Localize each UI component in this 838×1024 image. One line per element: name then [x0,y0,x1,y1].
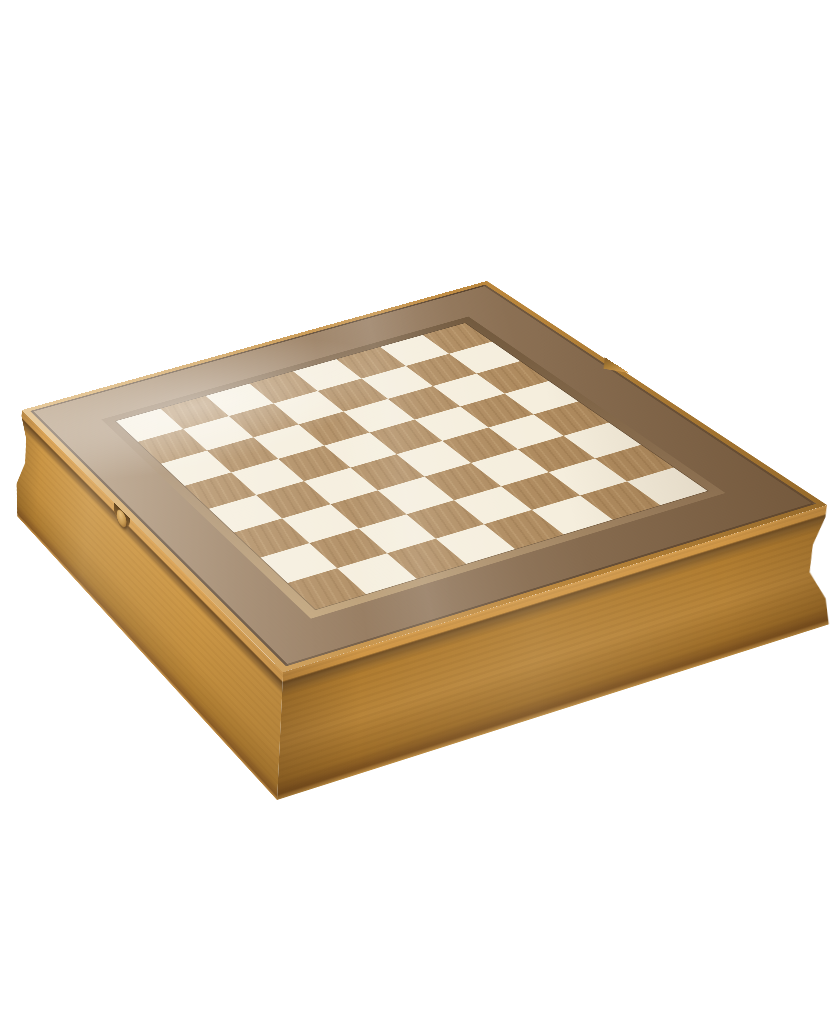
chess-board-grid [116,323,708,609]
product-photo [0,0,838,1024]
